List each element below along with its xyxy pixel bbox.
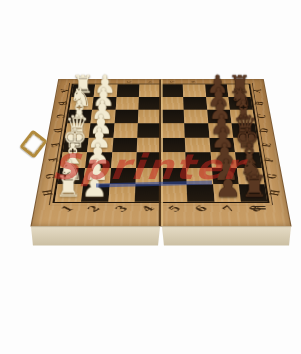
square-b3: [115, 97, 138, 110]
square-d2: ♟: [89, 123, 114, 137]
square-e6: [185, 138, 210, 153]
bottom-label-6: 6: [186, 200, 216, 217]
square-h2: ♟: [81, 185, 109, 202]
square-c6: [184, 110, 208, 124]
top-label-3: 3: [125, 77, 132, 86]
chessboard: 12345678 ABCDEFGH ABCDEFGH 12345678 ♜♟♟♜…: [30, 79, 291, 227]
square-f3: [111, 152, 137, 168]
square-g4: [135, 168, 161, 184]
top-label-6: 6: [190, 77, 197, 86]
square-g1: ♞: [58, 168, 86, 184]
square-e7: ♟: [209, 138, 235, 153]
box-side-right: [162, 226, 291, 247]
square-e5: [161, 138, 186, 153]
square-f8: ♝: [235, 152, 262, 168]
bottom-label-2: 2: [79, 200, 110, 217]
top-label-5: 5: [169, 77, 175, 86]
chess-set-photo: 12345678 ABCDEFGH ABCDEFGH 12345678 ♜♟♟♜…: [0, 0, 301, 354]
square-h1: ♜: [55, 185, 84, 202]
square-c7: ♟: [207, 110, 232, 124]
square-g3: [109, 168, 136, 184]
top-label-4: 4: [147, 77, 153, 86]
bottom-label-3: 3: [105, 200, 136, 217]
square-f7: ♟: [210, 152, 236, 168]
square-f1: ♝: [60, 152, 87, 168]
bottom-label-7: 7: [213, 200, 243, 217]
square-g7: ♟: [211, 168, 238, 184]
square-h6: [187, 185, 214, 202]
top-label-1: 1: [81, 77, 89, 86]
bottom-label-1: 1: [52, 200, 83, 217]
square-b6: [183, 97, 206, 110]
square-c5: [161, 110, 184, 124]
square-d5: [161, 123, 185, 137]
square-h5: [161, 185, 188, 202]
top-label-7: 7: [212, 77, 219, 86]
bottom-label-5: 5: [159, 200, 189, 217]
square-b5: [161, 97, 184, 110]
square-d4: [137, 123, 161, 137]
box-sides: [31, 226, 291, 247]
square-e3: [112, 138, 137, 153]
square-g8: ♞: [237, 168, 265, 184]
square-b4: [138, 97, 161, 110]
square-h8: ♜: [239, 185, 268, 202]
square-c3: [114, 110, 138, 124]
square-g5: [161, 168, 187, 184]
square-f2: ♟: [85, 152, 111, 168]
square-f6: [186, 152, 212, 168]
square-e4: [136, 138, 161, 153]
square-b7: ♟: [206, 97, 230, 110]
square-c4: [138, 110, 161, 124]
square-h7: ♟: [213, 185, 241, 202]
square-d3: [113, 123, 138, 137]
square-e2: ♟: [87, 138, 113, 153]
square-g2: ♟: [83, 168, 110, 184]
square-h4: [134, 185, 161, 202]
square-g6: [186, 168, 213, 184]
board-frame: 12345678 ABCDEFGH ABCDEFGH 12345678 ♜♟♟♜…: [30, 79, 291, 227]
top-label-2: 2: [103, 77, 110, 86]
bottom-label-8: 8: [240, 200, 270, 217]
square-h3: [108, 185, 135, 202]
corner-stamp: [251, 206, 266, 211]
top-label-8: 8: [233, 77, 241, 86]
square-f5: [161, 152, 186, 168]
square-d6: [184, 123, 209, 137]
square-c2: ♟: [91, 110, 116, 124]
square-f4: [136, 152, 161, 168]
square-b2: ♟: [92, 97, 116, 110]
square-d7: ♟: [208, 123, 233, 137]
box-side-left: [31, 226, 160, 247]
